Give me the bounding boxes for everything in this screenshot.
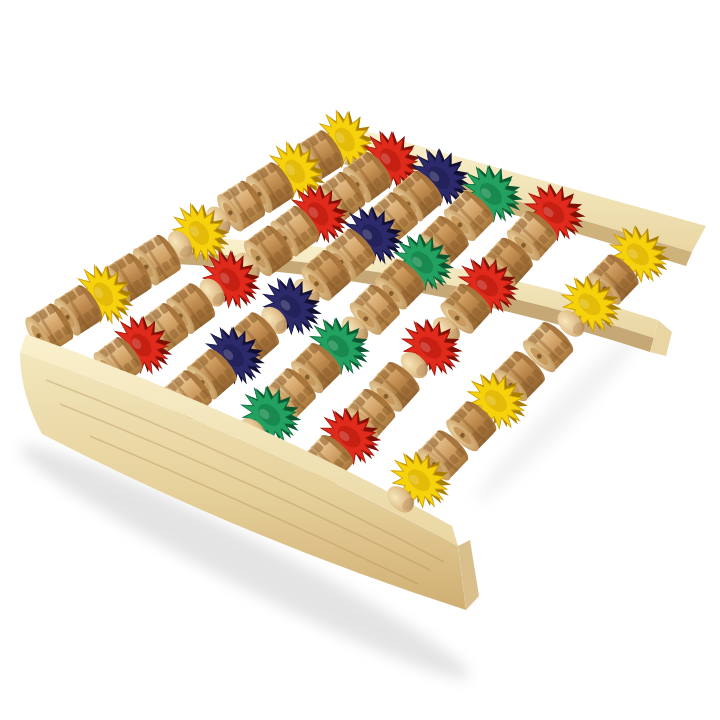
product-photo: [0, 0, 720, 720]
foot-roller-illustration: [0, 0, 720, 720]
